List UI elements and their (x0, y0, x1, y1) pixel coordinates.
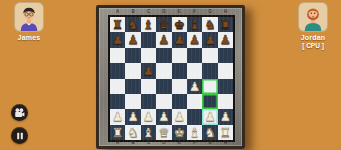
black-pawn: ♟ (172, 32, 187, 47)
square-a5[interactable] (110, 63, 125, 78)
player-left-avatar (14, 2, 44, 32)
square-g7[interactable]: ♟ (202, 32, 217, 47)
avatar-james-illustration (15, 3, 43, 31)
black-rook: ♜ (110, 17, 125, 32)
square-c1[interactable]: ♝ (141, 125, 156, 140)
square-e3[interactable] (172, 94, 187, 109)
square-c4[interactable] (141, 79, 156, 94)
square-g4[interactable] (202, 79, 217, 94)
square-d2[interactable]: ♟ (156, 109, 171, 124)
square-e2[interactable]: ♟ (172, 109, 187, 124)
square-g2[interactable]: ♟ (202, 109, 217, 124)
white-pawn: ♟ (141, 109, 156, 124)
video-camera-icon (14, 108, 25, 118)
square-d3[interactable] (156, 94, 171, 109)
white-pawn: ♟ (187, 79, 202, 94)
black-king: ♚ (172, 17, 187, 32)
white-pawn: ♟ (218, 109, 233, 124)
white-pawn: ♟ (172, 109, 187, 124)
file-label-e: E (172, 9, 187, 14)
square-d6[interactable] (156, 48, 171, 63)
square-a4[interactable] (110, 79, 125, 94)
square-a3[interactable] (110, 94, 125, 109)
square-f5[interactable] (187, 63, 202, 78)
square-a2[interactable]: ♟ (110, 109, 125, 124)
white-knight: ♞ (125, 125, 140, 140)
white-knight: ♞ (202, 125, 217, 140)
square-f4[interactable]: ♟ (187, 79, 202, 94)
square-h2[interactable]: ♟ (218, 109, 233, 124)
square-e5[interactable] (172, 63, 187, 78)
file-label-c: C (141, 9, 156, 14)
black-bishop: ♝ (187, 17, 202, 32)
player-right-avatar (298, 2, 328, 32)
white-pawn: ♟ (202, 109, 217, 124)
black-pawn: ♟ (202, 32, 217, 47)
white-rook: ♜ (218, 125, 233, 140)
black-pawn: ♟ (156, 32, 171, 47)
square-b7[interactable]: ♟ (125, 32, 140, 47)
white-queen: ♛ (156, 125, 171, 140)
white-pawn: ♟ (156, 109, 171, 124)
chess-board-frame: ABCDEFGH ♜♞♝♛♚♝♞♜♟♟♟♟♟♟♟♟♟♟♟♟♟♟♟♟♜♞♝♛♚♝♞… (96, 5, 245, 149)
square-e6[interactable] (172, 48, 187, 63)
white-bishop: ♝ (141, 125, 156, 140)
black-pawn: ♟ (141, 63, 156, 78)
square-f8[interactable]: ♝ (187, 17, 202, 32)
black-pawn: ♟ (125, 32, 140, 47)
white-bishop: ♝ (187, 125, 202, 140)
square-h5[interactable] (218, 63, 233, 78)
square-h3[interactable] (218, 94, 233, 109)
square-h6[interactable] (218, 48, 233, 63)
square-e8[interactable]: ♚ (172, 17, 187, 32)
black-queen: ♛ (156, 17, 171, 32)
square-g5[interactable] (202, 63, 217, 78)
square-e7[interactable]: ♟ (172, 32, 187, 47)
black-pawn: ♟ (187, 32, 202, 47)
square-a6[interactable] (110, 48, 125, 63)
file-label-b: B (125, 9, 140, 14)
square-c3[interactable] (141, 94, 156, 109)
square-b1[interactable]: ♞ (125, 125, 140, 140)
file-labels-top: ABCDEFGH (110, 9, 233, 14)
player-left: James (13, 2, 45, 41)
square-a1[interactable]: ♜ (110, 125, 125, 140)
square-c8[interactable]: ♝ (141, 17, 156, 32)
file-label-f: F (187, 9, 202, 14)
black-pawn: ♟ (110, 32, 125, 47)
white-pawn: ♟ (110, 109, 125, 124)
player-right-cpu-tag: [ CPU ] (297, 42, 329, 49)
square-d7[interactable]: ♟ (156, 32, 171, 47)
black-pawn: ♟ (218, 32, 233, 47)
square-h1[interactable]: ♜ (218, 125, 233, 140)
square-e4[interactable] (172, 79, 187, 94)
file-label-h: H (218, 9, 233, 14)
square-c7[interactable] (141, 32, 156, 47)
square-d4[interactable] (156, 79, 171, 94)
pause-icon (16, 132, 24, 140)
square-h4[interactable] (218, 79, 233, 94)
square-b5[interactable] (125, 63, 140, 78)
white-pawn: ♟ (125, 109, 140, 124)
black-rook: ♜ (218, 17, 233, 32)
square-f1[interactable]: ♝ (187, 125, 202, 140)
video-camera-button[interactable] (11, 104, 28, 121)
pause-button[interactable] (11, 127, 28, 144)
square-b2[interactable]: ♟ (125, 109, 140, 124)
square-g6[interactable] (202, 48, 217, 63)
black-bishop: ♝ (141, 17, 156, 32)
square-f6[interactable] (187, 48, 202, 63)
square-d8[interactable]: ♛ (156, 17, 171, 32)
square-f2[interactable] (187, 109, 202, 124)
square-d1[interactable]: ♛ (156, 125, 171, 140)
white-rook: ♜ (110, 125, 125, 140)
player-left-name: James (13, 34, 45, 41)
player-right-name: Jordan (297, 34, 329, 41)
square-h8[interactable]: ♜ (218, 17, 233, 32)
square-f7[interactable]: ♟ (187, 32, 202, 47)
square-g3[interactable] (202, 94, 217, 109)
square-c5[interactable]: ♟ (141, 63, 156, 78)
square-b4[interactable] (125, 79, 140, 94)
avatar-jordan-illustration (299, 3, 327, 31)
square-a7[interactable]: ♟ (110, 32, 125, 47)
player-right: Jordan [ CPU ] (297, 2, 329, 49)
square-e1[interactable]: ♚ (172, 125, 187, 140)
file-label-g: G (202, 9, 217, 14)
file-label-a: A (110, 9, 125, 14)
square-b8[interactable]: ♞ (125, 17, 140, 32)
square-f3[interactable] (187, 94, 202, 109)
chess-board: ♜♞♝♛♚♝♞♜♟♟♟♟♟♟♟♟♟♟♟♟♟♟♟♟♜♞♝♛♚♝♞♜ (108, 15, 235, 142)
black-knight: ♞ (202, 17, 217, 32)
square-d5[interactable] (156, 63, 171, 78)
square-b3[interactable] (125, 94, 140, 109)
white-king: ♚ (172, 125, 187, 140)
square-b6[interactable] (125, 48, 140, 63)
square-c6[interactable] (141, 48, 156, 63)
square-h7[interactable]: ♟ (218, 32, 233, 47)
square-g1[interactable]: ♞ (202, 125, 217, 140)
square-a8[interactable]: ♜ (110, 17, 125, 32)
black-knight: ♞ (125, 17, 140, 32)
game-stage: James Jordan [ CPU ] ABCDEFGH ♜♞♝♛♚♝♞♜♟♟… (0, 0, 341, 150)
square-c2[interactable]: ♟ (141, 109, 156, 124)
file-label-d: D (156, 9, 171, 14)
square-g8[interactable]: ♞ (202, 17, 217, 32)
